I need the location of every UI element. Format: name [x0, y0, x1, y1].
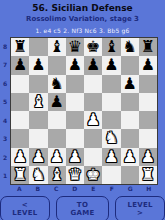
- square-e7[interactable]: ♟: [84, 56, 102, 74]
- square-h2[interactable]: ♟: [139, 148, 157, 166]
- square-a2[interactable]: ♟: [11, 148, 29, 166]
- square-c7[interactable]: [48, 56, 66, 74]
- piece-white-pawn: ♟: [49, 149, 63, 165]
- square-f1[interactable]: [102, 166, 120, 184]
- file-label-e: E: [84, 185, 103, 194]
- rank-label-3: 3: [0, 130, 10, 149]
- rank-label-7: 7: [0, 56, 10, 75]
- square-b3[interactable]: [29, 129, 47, 147]
- square-h3[interactable]: [139, 129, 157, 147]
- file-label-f: F: [103, 185, 122, 194]
- square-e1[interactable]: ♚: [84, 166, 102, 184]
- square-d5[interactable]: [66, 93, 84, 111]
- piece-black-rook: ♜: [141, 39, 155, 55]
- file-labels: ABCDEFGH: [10, 185, 158, 194]
- square-g6[interactable]: ♟: [121, 75, 139, 93]
- square-h7[interactable]: ♟: [139, 56, 157, 74]
- square-f2[interactable]: ♟: [102, 148, 120, 166]
- piece-white-pawn: ♟: [31, 149, 45, 165]
- square-c4[interactable]: [48, 111, 66, 129]
- square-b1[interactable]: ♞: [29, 166, 47, 184]
- piece-black-pawn: ♟: [104, 57, 118, 73]
- square-b6[interactable]: [29, 75, 47, 93]
- square-d2[interactable]: ♟: [66, 148, 84, 166]
- rank-labels: 87654321: [0, 37, 10, 185]
- square-g2[interactable]: ♟: [121, 148, 139, 166]
- square-g5[interactable]: [121, 93, 139, 111]
- piece-black-king: ♚: [86, 39, 100, 55]
- piece-white-pawn: ♟: [122, 149, 136, 165]
- square-a7[interactable]: ♟: [11, 56, 29, 74]
- square-b7[interactable]: ♟: [29, 56, 47, 74]
- rank-label-5: 5: [0, 93, 10, 112]
- piece-black-queen: ♛: [68, 39, 82, 55]
- piece-white-knight: ♞: [104, 130, 118, 146]
- square-f3[interactable]: ♞: [102, 129, 120, 147]
- square-d3[interactable]: [66, 129, 84, 147]
- square-c6[interactable]: ♞: [48, 75, 66, 93]
- square-a1[interactable]: ♜: [11, 166, 29, 184]
- square-f7[interactable]: ♟: [102, 56, 120, 74]
- level-next-button[interactable]: LEVEL >: [115, 196, 165, 220]
- square-h8[interactable]: ♜: [139, 38, 157, 56]
- square-c5[interactable]: ♟: [48, 93, 66, 111]
- piece-white-pawn: ♟: [13, 149, 27, 165]
- file-label-b: B: [29, 185, 48, 194]
- piece-black-pawn: ♟: [49, 94, 63, 110]
- piece-white-pawn: ♟: [104, 149, 118, 165]
- square-g8[interactable]: ♞: [121, 38, 139, 56]
- square-g7[interactable]: [121, 56, 139, 74]
- square-c1[interactable]: ♝: [48, 166, 66, 184]
- chess-board: ♜♝♛♚♝♞♜♟♟♟♟♟♟♞♟♝♟♟♞♟♟♟♟♟♟♟♜♞♝♛♚♜: [10, 37, 158, 185]
- square-d6[interactable]: [66, 75, 84, 93]
- level-prev-button[interactable]: < LEVEL: [0, 196, 50, 220]
- square-f8[interactable]: ♝: [102, 38, 120, 56]
- page-title: 56. Sicilian Defense: [0, 3, 165, 13]
- square-d4[interactable]: [66, 111, 84, 129]
- piece-white-king: ♚: [86, 167, 100, 183]
- square-e5[interactable]: [84, 93, 102, 111]
- square-a8[interactable]: ♜: [11, 38, 29, 56]
- square-c8[interactable]: ♝: [48, 38, 66, 56]
- square-c3[interactable]: [48, 129, 66, 147]
- square-d8[interactable]: ♛: [66, 38, 84, 56]
- square-e8[interactable]: ♚: [84, 38, 102, 56]
- piece-black-rook: ♜: [13, 39, 27, 55]
- piece-white-rook: ♜: [141, 167, 155, 183]
- app: 56. Sicilian Defense Rossolimo Variation…: [0, 0, 165, 220]
- square-h5[interactable]: [139, 93, 157, 111]
- square-e3[interactable]: [84, 129, 102, 147]
- square-e4[interactable]: ♟: [84, 111, 102, 129]
- rank-label-4: 4: [0, 111, 10, 130]
- rank-label-2: 2: [0, 148, 10, 167]
- rank-label-6: 6: [0, 74, 10, 93]
- piece-white-rook: ♜: [13, 167, 27, 183]
- button-row: < LEVEL TO GAME LEVEL >: [0, 196, 165, 220]
- piece-white-pawn: ♟: [86, 112, 100, 128]
- piece-black-bishop: ♝: [104, 39, 118, 55]
- piece-black-pawn: ♟: [68, 57, 82, 73]
- rank-label-1: 1: [0, 167, 10, 186]
- square-e2[interactable]: [84, 148, 102, 166]
- square-a5[interactable]: [11, 93, 29, 111]
- piece-black-pawn: ♟: [141, 57, 155, 73]
- square-b5[interactable]: ♝: [29, 93, 47, 111]
- piece-black-pawn: ♟: [86, 57, 100, 73]
- square-b8[interactable]: [29, 38, 47, 56]
- file-label-h: H: [140, 185, 159, 194]
- piece-black-knight: ♞: [49, 76, 63, 92]
- opening-moves-line: 1. e4 c5 2. Nf3 Nc6 3. Bb5 g6: [0, 27, 165, 34]
- piece-black-pawn: ♟: [31, 57, 45, 73]
- square-f5[interactable]: [102, 93, 120, 111]
- square-a6[interactable]: [11, 75, 29, 93]
- rank-label-8: 8: [0, 37, 10, 56]
- square-f4[interactable]: [102, 111, 120, 129]
- square-h1[interactable]: ♜: [139, 166, 157, 184]
- file-label-c: C: [47, 185, 66, 194]
- piece-black-pawn: ♟: [13, 57, 27, 73]
- square-a4[interactable]: [11, 111, 29, 129]
- square-h4[interactable]: [139, 111, 157, 129]
- square-c2[interactable]: ♟: [48, 148, 66, 166]
- page-subtitle: Rossolimo Variation, stage 3: [0, 15, 165, 23]
- square-b2[interactable]: ♟: [29, 148, 47, 166]
- to-game-button[interactable]: TO GAME: [56, 196, 110, 220]
- square-g1[interactable]: [121, 166, 139, 184]
- square-g3[interactable]: [121, 129, 139, 147]
- square-e6[interactable]: [84, 75, 102, 93]
- piece-white-pawn: ♟: [141, 149, 155, 165]
- square-a3[interactable]: [11, 129, 29, 147]
- piece-black-knight: ♞: [122, 39, 136, 55]
- piece-white-knight: ♞: [31, 167, 45, 183]
- square-d7[interactable]: ♟: [66, 56, 84, 74]
- square-d1[interactable]: ♛: [66, 166, 84, 184]
- file-label-g: G: [121, 185, 140, 194]
- square-g4[interactable]: [121, 111, 139, 129]
- piece-white-queen: ♛: [68, 167, 82, 183]
- square-b4[interactable]: [29, 111, 47, 129]
- piece-black-bishop: ♝: [49, 39, 63, 55]
- piece-white-bishop: ♝: [31, 94, 45, 110]
- piece-white-bishop: ♝: [49, 167, 63, 183]
- piece-black-pawn: ♟: [122, 76, 136, 92]
- square-f6[interactable]: [102, 75, 120, 93]
- square-h6[interactable]: [139, 75, 157, 93]
- file-label-d: D: [66, 185, 85, 194]
- piece-white-pawn: ♟: [68, 149, 82, 165]
- file-label-a: A: [10, 185, 29, 194]
